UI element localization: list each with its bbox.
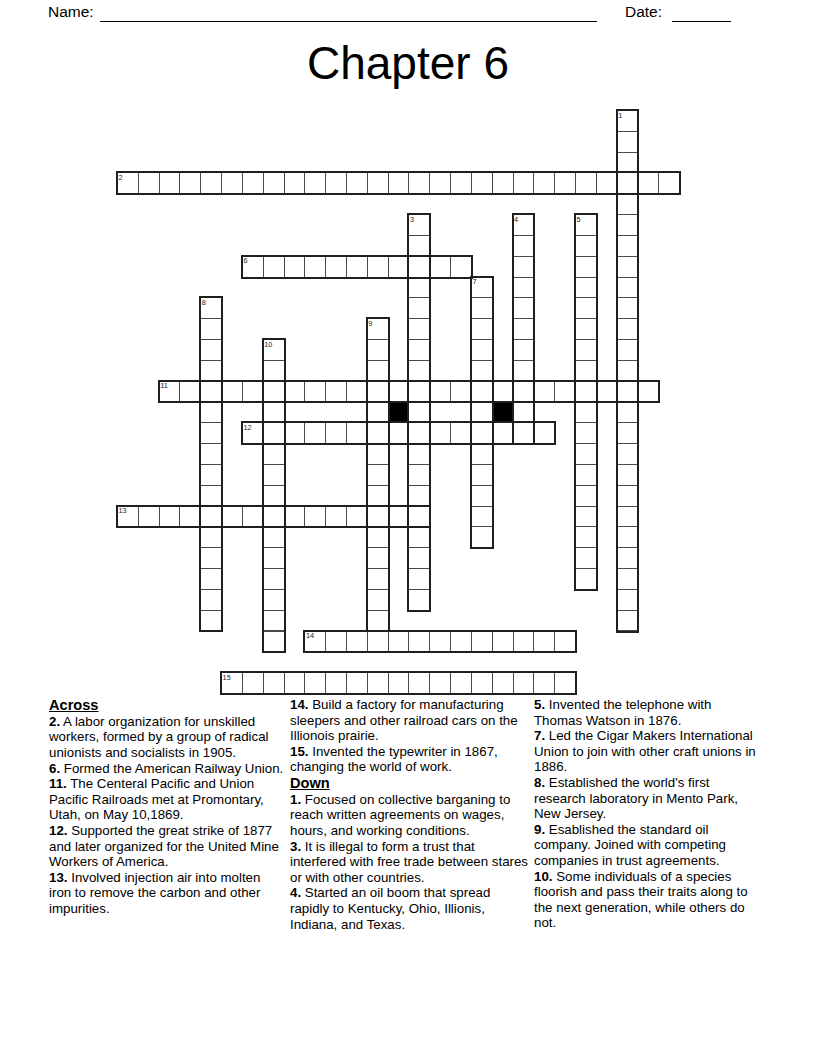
clue-number-label: 15. (290, 744, 309, 759)
grid-cell[interactable] (617, 360, 639, 382)
clue-number-label: 5. (534, 697, 545, 712)
grid-cell[interactable] (408, 443, 430, 465)
grid-cell[interactable] (408, 631, 430, 653)
grid-cell[interactable] (263, 401, 285, 423)
grid-cell[interactable] (513, 381, 535, 403)
grid-cell[interactable] (284, 256, 306, 278)
grid-cell[interactable] (617, 277, 639, 299)
grid-cell[interactable] (429, 172, 451, 194)
grid-cell[interactable] (304, 381, 326, 403)
clue-number-label: 10. (534, 869, 553, 884)
clue-across-11: 11. The Centeral Pacific and Union Pacif… (49, 776, 284, 823)
grid-cell[interactable] (367, 360, 389, 382)
grid-cell[interactable] (284, 422, 306, 444)
grid-cell[interactable] (200, 506, 222, 528)
clue-number-label: 11. (49, 776, 67, 791)
grid-cell[interactable] (513, 401, 535, 423)
grid-cell[interactable] (325, 422, 347, 444)
grid-cell[interactable] (492, 381, 514, 403)
grid-cell[interactable] (284, 672, 306, 694)
grid-cell[interactable] (471, 360, 493, 382)
grid-cell[interactable] (388, 381, 410, 403)
grid-cell[interactable] (408, 464, 430, 486)
grid-cell[interactable] (200, 381, 222, 403)
grid-cell[interactable] (325, 256, 347, 278)
grid-cell[interactable] (617, 339, 639, 361)
grid-cell[interactable] (367, 464, 389, 486)
grid-cell[interactable] (533, 172, 555, 194)
grid-cell[interactable] (596, 172, 618, 194)
grid-cell[interactable] (263, 485, 285, 507)
grid-cell[interactable] (450, 256, 472, 278)
clue-number-label: 13. (49, 870, 68, 885)
grid-cell[interactable] (450, 631, 472, 653)
clue-down-5: 5. Invented the telephone with Thomas Wa… (534, 697, 761, 728)
grid-cell[interactable] (179, 172, 201, 194)
grid-cell[interactable] (575, 297, 597, 319)
grid-cell[interactable] (408, 277, 430, 299)
grid-cell[interactable] (200, 464, 222, 486)
grid-cell[interactable] (492, 422, 514, 444)
grid-cell[interactable] (388, 172, 410, 194)
grid-cell[interactable] (408, 526, 430, 548)
grid-cell[interactable] (242, 256, 264, 278)
grid-cell[interactable] (471, 297, 493, 319)
grid-cell[interactable] (575, 422, 597, 444)
grid-cell[interactable] (429, 256, 451, 278)
clue-down-10: 10. Some individuals of a species floori… (534, 869, 761, 931)
worksheet-page: Name: Date: Chapter 6 123456789101112131… (0, 0, 816, 1056)
grid-cell[interactable] (284, 506, 306, 528)
clue-down-4: 4. Started an oil boom that spread rapid… (290, 885, 528, 932)
grid-cell[interactable] (617, 485, 639, 507)
grid-cell[interactable] (471, 631, 493, 653)
grid-cell[interactable] (408, 401, 430, 423)
grid-cell[interactable] (617, 131, 639, 153)
clue-number-label: 2. (49, 714, 60, 729)
grid-cell[interactable] (367, 172, 389, 194)
grid-cell[interactable] (200, 318, 222, 340)
name-label: Name: (48, 3, 94, 21)
grid-cell[interactable] (159, 172, 181, 194)
clue-number-label: 3. (290, 839, 301, 854)
grid-cell[interactable] (117, 172, 139, 194)
grid-cell[interactable] (471, 401, 493, 423)
grid-cell[interactable] (533, 381, 555, 403)
grid-cell[interactable] (617, 297, 639, 319)
name-input-line[interactable] (100, 2, 597, 22)
grid-cell[interactable] (200, 568, 222, 590)
grid-cell[interactable] (200, 547, 222, 569)
grid-cell[interactable] (533, 422, 555, 444)
grid-cell[interactable] (388, 422, 410, 444)
grid-cell[interactable] (638, 381, 660, 403)
grid-cell[interactable] (575, 256, 597, 278)
grid-cell[interactable] (263, 631, 285, 653)
clue-column-2: 14. Build a factory for manufacturing sl… (290, 697, 534, 932)
grid-cell[interactable] (304, 422, 326, 444)
grid-cell[interactable] (513, 172, 535, 194)
grid-cell[interactable] (179, 381, 201, 403)
grid-cell[interactable] (617, 193, 639, 215)
grid-cell[interactable] (617, 235, 639, 257)
grid-cell[interactable] (263, 464, 285, 486)
grid-cell[interactable] (242, 172, 264, 194)
grid-cell[interactable] (200, 443, 222, 465)
grid-cell[interactable] (367, 256, 389, 278)
grid-cell[interactable] (617, 547, 639, 569)
grid-cell[interactable] (263, 526, 285, 548)
grid-cell[interactable] (554, 381, 576, 403)
date-input-line[interactable] (672, 2, 731, 22)
grid-cell[interactable] (346, 672, 368, 694)
grid-cell[interactable] (471, 464, 493, 486)
grid-cell[interactable] (617, 214, 639, 236)
grid-cell[interactable] (263, 568, 285, 590)
grid-cell[interactable] (471, 672, 493, 694)
grid-cell[interactable] (471, 318, 493, 340)
grid-cell[interactable] (513, 339, 535, 361)
grid-cell[interactable] (367, 526, 389, 548)
clue-down-7: 7. Led the Cigar Makers International Un… (534, 728, 761, 775)
grid-cell[interactable] (325, 506, 347, 528)
grid-cell[interactable] (263, 506, 285, 528)
grid-cell[interactable] (617, 443, 639, 465)
grid-cell[interactable] (346, 172, 368, 194)
grid-cell[interactable] (450, 381, 472, 403)
across-heading: Across (49, 697, 284, 714)
clue-number-label: 9. (534, 822, 545, 837)
clue-number-label: 1. (290, 792, 301, 807)
grid-cell[interactable] (263, 360, 285, 382)
grid-cell[interactable] (367, 568, 389, 590)
grid-cell[interactable] (429, 631, 451, 653)
grid-cell[interactable] (617, 526, 639, 548)
grid-cell[interactable] (575, 485, 597, 507)
date-label: Date: (625, 3, 662, 21)
grid-cell[interactable] (513, 318, 535, 340)
grid-cell[interactable] (471, 172, 493, 194)
clue-number-label: 6. (49, 761, 60, 776)
grid-cell[interactable] (263, 381, 285, 403)
grid-cell[interactable] (367, 547, 389, 569)
grid-cell[interactable] (408, 672, 430, 694)
grid-cell[interactable] (617, 381, 639, 403)
grid-cell[interactable] (513, 422, 535, 444)
grid-cell[interactable] (617, 152, 639, 174)
grid-cell[interactable] (408, 568, 430, 590)
grid-cell[interactable] (513, 256, 535, 278)
grid-cell[interactable] (346, 631, 368, 653)
grid-cell[interactable] (200, 610, 222, 632)
grid-cell[interactable] (179, 506, 201, 528)
clue-across-15: 15. Invented the typewriter in 1867, cha… (290, 744, 528, 775)
grid-cell[interactable] (367, 589, 389, 611)
grid-cell[interactable] (408, 172, 430, 194)
grid-cell[interactable] (367, 672, 389, 694)
grid-cell[interactable] (471, 381, 493, 403)
grid-cell[interactable] (367, 610, 389, 632)
grid-cell[interactable] (408, 422, 430, 444)
grid-cell[interactable] (242, 506, 264, 528)
grid-cell[interactable] (513, 631, 535, 653)
grid-cell[interactable] (575, 464, 597, 486)
grid-cell[interactable] (138, 506, 160, 528)
grid-cell[interactable] (617, 318, 639, 340)
grid-cell[interactable] (450, 172, 472, 194)
grid-cell[interactable] (617, 256, 639, 278)
down-heading: Down (290, 775, 528, 792)
grid-cell[interactable] (575, 506, 597, 528)
grid-cell[interactable] (575, 214, 597, 236)
grid-cell[interactable] (200, 339, 222, 361)
grid-cell[interactable] (304, 506, 326, 528)
grid-cell[interactable] (367, 401, 389, 423)
grid-cell[interactable] (408, 256, 430, 278)
grid-cell[interactable] (200, 485, 222, 507)
grid-cell[interactable] (263, 547, 285, 569)
grid-cell[interactable] (200, 526, 222, 548)
grid-cell[interactable] (617, 401, 639, 423)
grid-cell[interactable] (408, 547, 430, 569)
clue-number-label: 4. (290, 885, 301, 900)
grid-cell[interactable] (346, 256, 368, 278)
grid-cell[interactable] (429, 672, 451, 694)
clue-across-12: 12. Supported the great strike of 1877 a… (49, 823, 284, 870)
grid-cell[interactable] (263, 443, 285, 465)
grid-cell[interactable] (221, 172, 243, 194)
grid-cell[interactable] (429, 422, 451, 444)
grid-cell[interactable] (408, 339, 430, 361)
clue-across-6: 6. Formed the American Railway Union. (49, 761, 284, 777)
grid-cell[interactable] (617, 422, 639, 444)
grid-cell[interactable] (263, 256, 285, 278)
grid-cell[interactable] (492, 631, 514, 653)
clues-section: Across2. A labor organization for unskil… (49, 697, 767, 932)
grid-cell[interactable] (575, 547, 597, 569)
grid-cell[interactable] (346, 506, 368, 528)
grid-cell[interactable] (159, 506, 181, 528)
grid-cell[interactable] (617, 610, 639, 632)
grid-cell[interactable] (263, 339, 285, 361)
grid-cell[interactable] (284, 172, 306, 194)
grid-cell[interactable] (617, 172, 639, 194)
grid-cell[interactable] (575, 235, 597, 257)
grid-cell[interactable] (408, 318, 430, 340)
grid-cell[interactable] (117, 506, 139, 528)
grid-cell[interactable] (471, 339, 493, 361)
grid-cell[interactable] (513, 297, 535, 319)
page-title: Chapter 6 (0, 36, 816, 90)
clue-column-1: Across2. A labor organization for unskil… (49, 697, 290, 932)
grid-cell[interactable] (575, 339, 597, 361)
grid-cell[interactable] (242, 422, 264, 444)
grid-cell[interactable] (429, 381, 451, 403)
clue-across-14: 14. Build a factory for manufacturing sl… (290, 697, 528, 744)
grid-cell[interactable] (284, 381, 306, 403)
grid-cell[interactable] (346, 381, 368, 403)
grid-cell[interactable] (263, 589, 285, 611)
grid-cell[interactable] (367, 631, 389, 653)
grid-cell[interactable] (408, 214, 430, 236)
grid-cell[interactable] (304, 256, 326, 278)
grid-cell[interactable] (325, 672, 347, 694)
grid-cell[interactable] (263, 672, 285, 694)
grid-cell[interactable] (471, 422, 493, 444)
grid-cell[interactable] (513, 672, 535, 694)
clue-number-label: 12. (49, 823, 68, 838)
grid-cell[interactable] (575, 172, 597, 194)
grid-cell[interactable] (388, 631, 410, 653)
grid-cell[interactable] (492, 672, 514, 694)
grid-cell[interactable] (575, 443, 597, 465)
grid-cell[interactable] (533, 631, 555, 653)
grid-cell[interactable] (554, 631, 576, 653)
grid-cell[interactable] (513, 360, 535, 382)
grid-cell[interactable] (471, 506, 493, 528)
grid-cell[interactable] (492, 172, 514, 194)
grid-cell[interactable] (159, 381, 181, 403)
clue-down-3: 3. It is illegal to form a trust that in… (290, 839, 528, 886)
grid-cell[interactable] (575, 318, 597, 340)
grid-cell[interactable] (221, 381, 243, 403)
grid-cell[interactable] (575, 526, 597, 548)
black-cell (388, 401, 410, 423)
grid-cell[interactable] (367, 339, 389, 361)
grid-cell[interactable] (408, 235, 430, 257)
grid-cell[interactable] (367, 381, 389, 403)
grid-cell[interactable] (408, 381, 430, 403)
grid-cell[interactable] (325, 631, 347, 653)
grid-cell[interactable] (408, 485, 430, 507)
grid-cell[interactable] (513, 277, 535, 299)
clue-across-13: 13. Involved injection air into molten i… (49, 870, 284, 917)
grid-cell[interactable] (575, 277, 597, 299)
grid-cell[interactable] (575, 381, 597, 403)
grid-cell[interactable] (221, 672, 243, 694)
grid-cell[interactable] (221, 506, 243, 528)
crossword-grid: 123456789101112131415 (117, 110, 681, 695)
grid-cell[interactable] (408, 297, 430, 319)
grid-cell[interactable] (346, 422, 368, 444)
grid-cell[interactable] (638, 172, 660, 194)
black-cell (492, 401, 514, 423)
clue-down-9: 9. Esablished the standard oil company. … (534, 822, 761, 869)
grid-cell[interactable] (575, 568, 597, 590)
grid-cell[interactable] (471, 526, 493, 548)
grid-cell[interactable] (575, 401, 597, 423)
grid-cell[interactable] (388, 256, 410, 278)
grid-cell[interactable] (367, 318, 389, 340)
grid-cell[interactable] (388, 506, 410, 528)
clue-number-label: 8. (534, 775, 545, 790)
clue-number-label: 14. (290, 697, 309, 712)
grid-cell[interactable] (200, 360, 222, 382)
clue-down-1: 1. Focused on collective barganing to re… (290, 792, 528, 839)
grid-cell[interactable] (242, 381, 264, 403)
grid-cell[interactable] (388, 672, 410, 694)
grid-cell[interactable] (617, 568, 639, 590)
grid-cell[interactable] (325, 381, 347, 403)
grid-cell[interactable] (617, 589, 639, 611)
grid-cell[interactable] (513, 214, 535, 236)
grid-cell[interactable] (513, 235, 535, 257)
grid-cell[interactable] (575, 360, 597, 382)
grid-cell[interactable] (450, 422, 472, 444)
grid-cell[interactable] (617, 506, 639, 528)
grid-cell[interactable] (617, 464, 639, 486)
grid-cell[interactable] (596, 381, 618, 403)
grid-cell[interactable] (263, 422, 285, 444)
clue-down-8: 8. Established the world's first researc… (534, 775, 761, 822)
grid-cell[interactable] (533, 672, 555, 694)
grid-cell[interactable] (554, 672, 576, 694)
grid-cell[interactable] (658, 172, 680, 194)
grid-cell[interactable] (554, 172, 576, 194)
grid-cell[interactable] (408, 360, 430, 382)
clue-across-2: 2. A labor organization for unskilled wo… (49, 714, 284, 761)
grid-cell[interactable] (263, 610, 285, 632)
clue-column-3: 5. Invented the telephone with Thomas Wa… (534, 697, 767, 932)
grid-cell[interactable] (617, 110, 639, 132)
grid-cell[interactable] (450, 672, 472, 694)
grid-cell[interactable] (325, 172, 347, 194)
grid-cell[interactable] (200, 297, 222, 319)
grid-cell[interactable] (242, 672, 264, 694)
grid-cell[interactable] (408, 506, 430, 528)
grid-cell[interactable] (200, 422, 222, 444)
clue-number-label: 7. (534, 728, 545, 743)
grid-cell[interactable] (200, 172, 222, 194)
grid-cell[interactable] (200, 589, 222, 611)
grid-cell[interactable] (471, 443, 493, 465)
grid-cell[interactable] (304, 631, 326, 653)
grid-cell[interactable] (367, 485, 389, 507)
grid-cell[interactable] (138, 172, 160, 194)
grid-cell[interactable] (471, 485, 493, 507)
grid-cell[interactable] (367, 506, 389, 528)
grid-cell[interactable] (200, 401, 222, 423)
grid-cell[interactable] (471, 277, 493, 299)
grid-cell[interactable] (367, 443, 389, 465)
grid-cell[interactable] (408, 589, 430, 611)
grid-cell[interactable] (304, 172, 326, 194)
grid-cell[interactable] (263, 172, 285, 194)
grid-cell[interactable] (304, 672, 326, 694)
grid-cell[interactable] (367, 422, 389, 444)
